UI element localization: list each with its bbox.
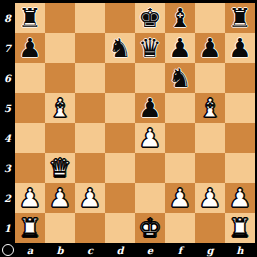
square-g8[interactable] <box>195 3 225 33</box>
white-bishop-g5[interactable]: ♝ <box>198 93 221 123</box>
rank-label-8: 8 <box>0 3 15 33</box>
square-h6[interactable] <box>225 63 255 93</box>
rank-labels: 87654321 <box>0 3 15 243</box>
square-g7[interactable]: ♟ <box>195 33 225 63</box>
square-d5[interactable] <box>105 93 135 123</box>
rank-label-2: 2 <box>0 183 15 213</box>
square-f4[interactable] <box>165 123 195 153</box>
square-c6[interactable] <box>75 63 105 93</box>
square-h2[interactable]: ♟ <box>225 183 255 213</box>
black-pawn-e5[interactable]: ♟ <box>138 93 161 123</box>
square-d7[interactable]: ♞ <box>105 33 135 63</box>
square-b3[interactable]: ♛ <box>45 153 75 183</box>
rank-label-3: 3 <box>0 153 15 183</box>
square-c4[interactable] <box>75 123 105 153</box>
square-c1[interactable] <box>75 213 105 243</box>
square-b2[interactable]: ♟ <box>45 183 75 213</box>
square-e1[interactable]: ♚ <box>135 213 165 243</box>
square-a1[interactable]: ♜ <box>15 213 45 243</box>
square-b7[interactable] <box>45 33 75 63</box>
square-f5[interactable] <box>165 93 195 123</box>
file-label-d: d <box>105 243 135 257</box>
square-e6[interactable] <box>135 63 165 93</box>
file-label-c: c <box>75 243 105 257</box>
square-h8[interactable]: ♜ <box>225 3 255 33</box>
square-f7[interactable]: ♟ <box>165 33 195 63</box>
square-d8[interactable] <box>105 3 135 33</box>
square-c7[interactable] <box>75 33 105 63</box>
square-c3[interactable] <box>75 153 105 183</box>
rank-label-7: 7 <box>0 33 15 63</box>
square-h7[interactable]: ♟ <box>225 33 255 63</box>
file-label-f: f <box>165 243 195 257</box>
black-rook-a8[interactable]: ♜ <box>18 3 41 33</box>
white-pawn-e4[interactable]: ♟ <box>138 123 161 153</box>
rank-label-5: 5 <box>0 93 15 123</box>
square-g1[interactable] <box>195 213 225 243</box>
square-d1[interactable] <box>105 213 135 243</box>
black-pawn-g7[interactable]: ♟ <box>198 33 221 63</box>
file-label-b: b <box>45 243 75 257</box>
square-h3[interactable] <box>225 153 255 183</box>
square-c5[interactable] <box>75 93 105 123</box>
white-pawn-c2[interactable]: ♟ <box>78 183 101 213</box>
square-c2[interactable]: ♟ <box>75 183 105 213</box>
square-b4[interactable] <box>45 123 75 153</box>
square-d6[interactable] <box>105 63 135 93</box>
square-d2[interactable] <box>105 183 135 213</box>
square-e3[interactable] <box>135 153 165 183</box>
file-label-e: e <box>135 243 165 257</box>
file-labels: abcdefgh <box>15 243 255 257</box>
square-f6[interactable]: ♞ <box>165 63 195 93</box>
square-a8[interactable]: ♜ <box>15 3 45 33</box>
white-pawn-f2[interactable]: ♟ <box>168 183 191 213</box>
square-f1[interactable] <box>165 213 195 243</box>
black-pawn-f7[interactable]: ♟ <box>168 33 191 63</box>
file-label-g: g <box>195 243 225 257</box>
square-f2[interactable]: ♟ <box>165 183 195 213</box>
white-to-move-indicator <box>2 244 14 256</box>
square-e4[interactable]: ♟ <box>135 123 165 153</box>
rank-label-6: 6 <box>0 63 15 93</box>
square-a5[interactable] <box>15 93 45 123</box>
chess-diagram: ♜♚♝♜♟♞♛♟♟♟♞♝♟♝♟♛♟♟♟♟♟♟♜♚♜ 87654321 abcde… <box>0 0 257 257</box>
square-g4[interactable] <box>195 123 225 153</box>
white-pawn-h2[interactable]: ♟ <box>228 183 251 213</box>
square-a6[interactable] <box>15 63 45 93</box>
black-rook-h8[interactable]: ♜ <box>228 3 251 33</box>
black-knight-d7[interactable]: ♞ <box>108 33 131 63</box>
square-e8[interactable]: ♚ <box>135 3 165 33</box>
black-knight-f6[interactable]: ♞ <box>168 63 191 93</box>
square-e2[interactable] <box>135 183 165 213</box>
square-h4[interactable] <box>225 123 255 153</box>
square-b1[interactable] <box>45 213 75 243</box>
square-g5[interactable]: ♝ <box>195 93 225 123</box>
white-bishop-b5[interactable]: ♝ <box>48 93 71 123</box>
square-g2[interactable]: ♟ <box>195 183 225 213</box>
square-f3[interactable] <box>165 153 195 183</box>
white-pawn-a2[interactable]: ♟ <box>18 183 41 213</box>
white-rook-h1[interactable]: ♜ <box>228 213 251 243</box>
rank-label-4: 4 <box>0 123 15 153</box>
black-bishop-f8[interactable]: ♝ <box>168 3 191 33</box>
square-b6[interactable] <box>45 63 75 93</box>
file-label-a: a <box>15 243 45 257</box>
square-b5[interactable]: ♝ <box>45 93 75 123</box>
square-c8[interactable] <box>75 3 105 33</box>
white-rook-a1[interactable]: ♜ <box>18 213 41 243</box>
square-d4[interactable] <box>105 123 135 153</box>
square-a4[interactable] <box>15 123 45 153</box>
white-queen-b3[interactable]: ♛ <box>48 153 71 183</box>
black-king-e8[interactable]: ♚ <box>138 3 161 33</box>
square-a2[interactable]: ♟ <box>15 183 45 213</box>
square-e5[interactable]: ♟ <box>135 93 165 123</box>
black-pawn-h7[interactable]: ♟ <box>228 33 251 63</box>
square-d3[interactable] <box>105 153 135 183</box>
white-king-e1[interactable]: ♚ <box>138 213 161 243</box>
rank-label-1: 1 <box>0 213 15 243</box>
square-a3[interactable] <box>15 153 45 183</box>
square-f8[interactable]: ♝ <box>165 3 195 33</box>
white-pawn-g2[interactable]: ♟ <box>198 183 221 213</box>
square-g6[interactable] <box>195 63 225 93</box>
square-e7[interactable]: ♛ <box>135 33 165 63</box>
black-queen-e7[interactable]: ♛ <box>138 33 161 63</box>
black-pawn-a7[interactable]: ♟ <box>18 33 41 63</box>
file-label-h: h <box>225 243 255 257</box>
white-pawn-b2[interactable]: ♟ <box>48 183 71 213</box>
square-b8[interactable] <box>45 3 75 33</box>
chess-board[interactable]: ♜♚♝♜♟♞♛♟♟♟♞♝♟♝♟♛♟♟♟♟♟♟♜♚♜ <box>15 3 255 243</box>
square-g3[interactable] <box>195 153 225 183</box>
square-a7[interactable]: ♟ <box>15 33 45 63</box>
square-h1[interactable]: ♜ <box>225 213 255 243</box>
square-h5[interactable] <box>225 93 255 123</box>
